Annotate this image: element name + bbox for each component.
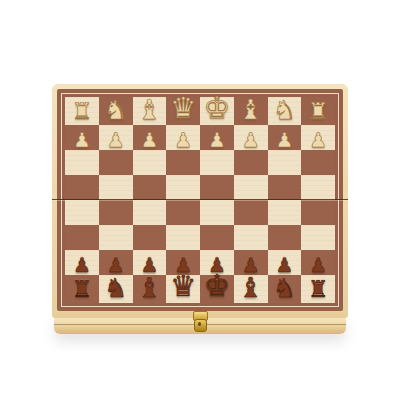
square [65, 200, 99, 225]
square [268, 175, 302, 200]
square [301, 225, 335, 250]
piece-light-pawn: ♟ [107, 131, 125, 150]
square: ♟ [99, 250, 133, 275]
square: ♜ [65, 97, 99, 125]
product-photo-scene: ♜♞♝♛♚♝♞♜♟♟♟♟♟♟♟♟♟♟♟♟♟♟♟♟♜♞♝♛♚♝♞♜ [0, 0, 400, 400]
square [166, 225, 200, 250]
piece-light-knight: ♞ [273, 98, 296, 123]
square: ♞ [99, 97, 133, 125]
square: ♝ [234, 97, 268, 125]
square: ♚ [200, 97, 234, 125]
piece-light-pawn: ♟ [174, 131, 192, 150]
square: ♛ [166, 275, 200, 303]
square [65, 225, 99, 250]
piece-dark-bishop: ♝ [137, 275, 161, 301]
piece-light-bishop: ♝ [239, 97, 263, 123]
piece-light-pawn: ♟ [73, 131, 91, 150]
square: ♟ [200, 125, 234, 150]
square: ♟ [166, 125, 200, 150]
square: ♜ [65, 275, 99, 303]
piece-dark-pawn: ♟ [73, 256, 91, 275]
square: ♟ [234, 125, 268, 150]
piece-dark-knight: ♞ [273, 276, 296, 301]
square [268, 150, 302, 175]
piece-light-king: ♚ [203, 94, 230, 123]
piece-dark-queen: ♛ [170, 273, 196, 301]
square: ♟ [65, 125, 99, 150]
square: ♟ [268, 250, 302, 275]
piece-light-queen: ♛ [170, 95, 196, 123]
square [200, 175, 234, 200]
piece-light-bishop: ♝ [137, 97, 161, 123]
square [200, 200, 234, 225]
square [268, 225, 302, 250]
square: ♟ [99, 125, 133, 150]
square [99, 175, 133, 200]
piece-light-knight: ♞ [104, 98, 127, 123]
brass-clasp-icon [191, 311, 209, 332]
piece-light-pawn: ♟ [309, 131, 327, 150]
square [133, 150, 167, 175]
square [65, 175, 99, 200]
square [166, 150, 200, 175]
piece-dark-rook: ♜ [308, 279, 329, 301]
square [234, 150, 268, 175]
square [99, 150, 133, 175]
square [200, 225, 234, 250]
piece-light-pawn: ♟ [275, 131, 293, 150]
piece-dark-pawn: ♟ [309, 256, 327, 275]
chess-case: ♜♞♝♛♚♝♞♜♟♟♟♟♟♟♟♟♟♟♟♟♟♟♟♟♜♞♝♛♚♝♞♜ [52, 84, 348, 318]
piece-dark-rook: ♜ [72, 279, 93, 301]
square [234, 225, 268, 250]
square [200, 150, 234, 175]
square [166, 200, 200, 225]
square: ♟ [301, 125, 335, 150]
square: ♝ [234, 275, 268, 303]
square [65, 150, 99, 175]
piece-light-pawn: ♟ [140, 131, 158, 150]
square: ♝ [133, 275, 167, 303]
square: ♛ [166, 97, 200, 125]
square [133, 225, 167, 250]
piece-light-rook: ♜ [72, 101, 93, 123]
piece-dark-bishop: ♝ [239, 275, 263, 301]
piece-light-pawn: ♟ [242, 131, 260, 150]
square [234, 200, 268, 225]
hinge-seam [52, 199, 348, 201]
square: ♞ [99, 275, 133, 303]
square [234, 175, 268, 200]
square [166, 175, 200, 200]
square [301, 200, 335, 225]
square: ♟ [268, 125, 302, 150]
piece-light-pawn: ♟ [208, 131, 226, 150]
square [133, 175, 167, 200]
clasp-keyhole [198, 322, 201, 326]
square: ♜ [301, 275, 335, 303]
square [99, 225, 133, 250]
piece-light-rook: ♜ [308, 101, 329, 123]
square [301, 175, 335, 200]
square: ♚ [200, 275, 234, 303]
piece-dark-knight: ♞ [104, 276, 127, 301]
square: ♟ [301, 250, 335, 275]
piece-dark-king: ♚ [203, 272, 230, 301]
square: ♞ [268, 97, 302, 125]
square: ♟ [65, 250, 99, 275]
square [133, 200, 167, 225]
square: ♟ [133, 125, 167, 150]
square: ♞ [268, 275, 302, 303]
square: ♜ [301, 97, 335, 125]
square [268, 200, 302, 225]
square [301, 150, 335, 175]
square [99, 200, 133, 225]
square: ♝ [133, 97, 167, 125]
